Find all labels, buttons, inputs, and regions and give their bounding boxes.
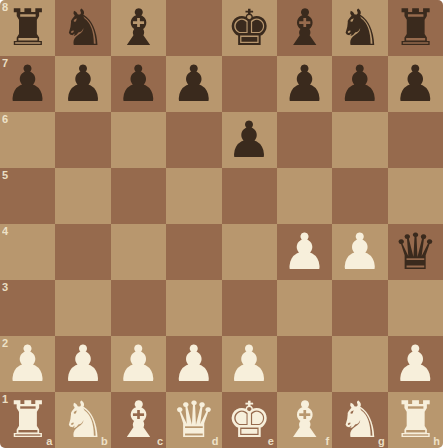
square-g2[interactable] [332, 336, 387, 392]
square-b4[interactable] [55, 224, 110, 280]
chess-board: 8♜♞♝♚♝♞♜7♟♟♟♟♟♟♟6♟54♟♟♛32♟♟♟♟♟♟1a♜b♞c♝d♛… [0, 0, 443, 448]
square-d1[interactable]: d♛ [166, 392, 221, 448]
white-bishop-piece[interactable]: ♝ [282, 392, 327, 448]
white-pawn-piece[interactable]: ♟ [5, 336, 50, 392]
square-h3[interactable] [388, 280, 443, 336]
black-pawn-piece[interactable]: ♟ [5, 56, 50, 112]
black-pawn-piece[interactable]: ♟ [393, 56, 438, 112]
square-c1[interactable]: c♝ [111, 392, 166, 448]
square-a4[interactable]: 4 [0, 224, 55, 280]
square-c4[interactable] [111, 224, 166, 280]
square-a1[interactable]: 1a♜ [0, 392, 55, 448]
square-c3[interactable] [111, 280, 166, 336]
square-b3[interactable] [55, 280, 110, 336]
square-f7[interactable]: ♟ [277, 56, 332, 112]
square-e2[interactable]: ♟ [222, 336, 277, 392]
square-d6[interactable] [166, 112, 221, 168]
square-g1[interactable]: g♞ [332, 392, 387, 448]
square-d8[interactable] [166, 0, 221, 56]
white-pawn-piece[interactable]: ♟ [227, 336, 272, 392]
black-pawn-piece[interactable]: ♟ [282, 56, 327, 112]
rank-label-5: 5 [2, 170, 8, 181]
black-bishop-piece[interactable]: ♝ [116, 0, 161, 56]
white-pawn-piece[interactable]: ♟ [282, 224, 327, 280]
rank-label-3: 3 [2, 282, 8, 293]
square-d2[interactable]: ♟ [166, 336, 221, 392]
square-d7[interactable]: ♟ [166, 56, 221, 112]
square-e3[interactable] [222, 280, 277, 336]
white-rook-piece[interactable]: ♜ [393, 392, 438, 448]
square-h4[interactable]: ♛ [388, 224, 443, 280]
black-pawn-piece[interactable]: ♟ [338, 56, 383, 112]
square-f1[interactable]: f♝ [277, 392, 332, 448]
black-knight-piece[interactable]: ♞ [338, 0, 383, 56]
square-b5[interactable] [55, 168, 110, 224]
black-pawn-piece[interactable]: ♟ [227, 112, 272, 168]
square-f2[interactable] [277, 336, 332, 392]
square-b7[interactable]: ♟ [55, 56, 110, 112]
square-h2[interactable]: ♟ [388, 336, 443, 392]
square-c2[interactable]: ♟ [111, 336, 166, 392]
black-rook-piece[interactable]: ♜ [393, 0, 438, 56]
square-b1[interactable]: b♞ [55, 392, 110, 448]
square-b2[interactable]: ♟ [55, 336, 110, 392]
black-pawn-piece[interactable]: ♟ [116, 56, 161, 112]
square-f3[interactable] [277, 280, 332, 336]
white-pawn-piece[interactable]: ♟ [393, 336, 438, 392]
square-g6[interactable] [332, 112, 387, 168]
white-knight-piece[interactable]: ♞ [338, 392, 383, 448]
square-g5[interactable] [332, 168, 387, 224]
black-pawn-piece[interactable]: ♟ [61, 56, 106, 112]
square-e7[interactable] [222, 56, 277, 112]
square-b8[interactable]: ♞ [55, 0, 110, 56]
square-f8[interactable]: ♝ [277, 0, 332, 56]
black-bishop-piece[interactable]: ♝ [282, 0, 327, 56]
square-g7[interactable]: ♟ [332, 56, 387, 112]
square-h5[interactable] [388, 168, 443, 224]
white-pawn-piece[interactable]: ♟ [338, 224, 383, 280]
square-a6[interactable]: 6 [0, 112, 55, 168]
black-knight-piece[interactable]: ♞ [61, 0, 106, 56]
square-c7[interactable]: ♟ [111, 56, 166, 112]
square-e6[interactable]: ♟ [222, 112, 277, 168]
square-a8[interactable]: 8♜ [0, 0, 55, 56]
black-pawn-piece[interactable]: ♟ [171, 56, 216, 112]
white-pawn-piece[interactable]: ♟ [171, 336, 216, 392]
square-f4[interactable]: ♟ [277, 224, 332, 280]
square-a7[interactable]: 7♟ [0, 56, 55, 112]
square-e1[interactable]: e♚ [222, 392, 277, 448]
square-e5[interactable] [222, 168, 277, 224]
square-h8[interactable]: ♜ [388, 0, 443, 56]
square-h6[interactable] [388, 112, 443, 168]
black-king-piece[interactable]: ♚ [227, 0, 272, 56]
rank-label-4: 4 [2, 226, 8, 237]
white-pawn-piece[interactable]: ♟ [116, 336, 161, 392]
square-d3[interactable] [166, 280, 221, 336]
square-b6[interactable] [55, 112, 110, 168]
square-c8[interactable]: ♝ [111, 0, 166, 56]
white-queen-piece[interactable]: ♛ [171, 392, 216, 448]
white-bishop-piece[interactable]: ♝ [116, 392, 161, 448]
rank-label-6: 6 [2, 114, 8, 125]
square-g3[interactable] [332, 280, 387, 336]
square-a5[interactable]: 5 [0, 168, 55, 224]
square-c5[interactable] [111, 168, 166, 224]
square-d4[interactable] [166, 224, 221, 280]
square-h7[interactable]: ♟ [388, 56, 443, 112]
square-f6[interactable] [277, 112, 332, 168]
black-queen-piece[interactable]: ♛ [393, 224, 438, 280]
square-e4[interactable] [222, 224, 277, 280]
square-a3[interactable]: 3 [0, 280, 55, 336]
square-f5[interactable] [277, 168, 332, 224]
black-rook-piece[interactable]: ♜ [5, 0, 50, 56]
white-knight-piece[interactable]: ♞ [61, 392, 106, 448]
square-g4[interactable]: ♟ [332, 224, 387, 280]
white-rook-piece[interactable]: ♜ [5, 392, 50, 448]
white-pawn-piece[interactable]: ♟ [61, 336, 106, 392]
white-king-piece[interactable]: ♚ [227, 392, 272, 448]
square-g8[interactable]: ♞ [332, 0, 387, 56]
square-d5[interactable] [166, 168, 221, 224]
square-e8[interactable]: ♚ [222, 0, 277, 56]
square-c6[interactable] [111, 112, 166, 168]
square-h1[interactable]: h♜ [388, 392, 443, 448]
square-a2[interactable]: 2♟ [0, 336, 55, 392]
